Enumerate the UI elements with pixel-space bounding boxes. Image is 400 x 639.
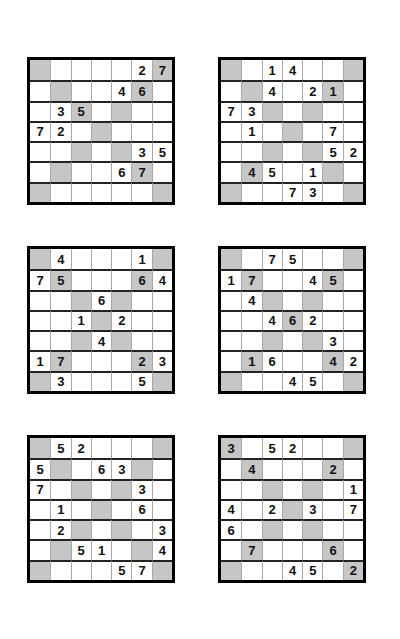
cell-r1c7[interactable] (152, 249, 172, 269)
cell-r5c1[interactable] (221, 141, 241, 161)
cell-r4c6[interactable]: 6 (131, 499, 151, 519)
cell-r7c5[interactable]: 3 (302, 182, 322, 202)
cell-r2c5[interactable]: 2 (302, 80, 322, 100)
cell-r1c4[interactable]: 2 (282, 438, 302, 458)
cell-r6c6[interactable] (131, 539, 151, 559)
cell-r3c7[interactable] (343, 290, 363, 310)
cell-r3c4[interactable]: 6 (91, 290, 111, 310)
cell-r4c5[interactable]: 3 (302, 499, 322, 519)
cell-r2c3[interactable] (71, 269, 91, 289)
cell-r1c1[interactable] (221, 60, 241, 80)
cell-r4c6[interactable] (322, 499, 342, 519)
cell-r1c5[interactable] (111, 60, 131, 80)
cell-r6c6[interactable]: 4 (322, 350, 342, 370)
cell-r3c5[interactable] (111, 290, 131, 310)
cell-r7c1[interactable] (221, 560, 241, 580)
cell-r3c5[interactable] (302, 290, 322, 310)
cell-r4c4[interactable]: 6 (282, 310, 302, 330)
cell-r7c3[interactable] (262, 182, 282, 202)
cell-r6c2[interactable] (50, 161, 70, 181)
cell-r2c4[interactable] (282, 269, 302, 289)
cell-r1c7[interactable] (343, 438, 363, 458)
cell-r1c3[interactable]: 5 (262, 438, 282, 458)
cell-r3c6[interactable] (322, 101, 342, 121)
cell-r2c5[interactable]: 4 (111, 80, 131, 100)
cell-r4c4[interactable] (91, 499, 111, 519)
cell-r6c2[interactable]: 1 (241, 350, 261, 370)
cell-r1c6[interactable] (322, 438, 342, 458)
cell-r7c3[interactable] (262, 371, 282, 391)
cell-r1c1[interactable]: 3 (221, 438, 241, 458)
cell-r6c5[interactable]: 6 (111, 161, 131, 181)
cell-r7c5[interactable] (111, 182, 131, 202)
cell-r6c1[interactable] (30, 539, 50, 559)
cell-r3c5[interactable] (111, 479, 131, 499)
cell-r6c6[interactable] (322, 161, 342, 181)
cell-r6c3[interactable] (262, 539, 282, 559)
cell-r6c4[interactable] (282, 161, 302, 181)
cell-r3c4[interactable] (282, 101, 302, 121)
cell-r5c1[interactable] (30, 519, 50, 539)
cell-r6c4[interactable]: 1 (91, 539, 111, 559)
cell-r5c3[interactable] (262, 141, 282, 161)
cell-r6c1[interactable]: 1 (30, 350, 50, 370)
cell-r4c2[interactable] (241, 499, 261, 519)
cell-r6c6[interactable]: 6 (322, 539, 342, 559)
cell-r1c5[interactable] (111, 438, 131, 458)
cell-r3c4[interactable] (282, 290, 302, 310)
cell-r6c7[interactable]: 4 (152, 539, 172, 559)
cell-r1c3[interactable]: 7 (262, 249, 282, 269)
cell-r4c3[interactable]: 4 (262, 310, 282, 330)
cell-r6c1[interactable] (221, 539, 241, 559)
cell-r5c7[interactable] (343, 519, 363, 539)
cell-r5c4[interactable]: 4 (91, 330, 111, 350)
cell-r5c4[interactable] (282, 330, 302, 350)
cell-r4c3[interactable]: 1 (71, 310, 91, 330)
cell-r3c1[interactable]: 7 (30, 479, 50, 499)
cell-r4c6[interactable] (322, 310, 342, 330)
cell-r4c4[interactable] (282, 499, 302, 519)
cell-r7c4[interactable]: 7 (282, 182, 302, 202)
cell-r4c1[interactable] (221, 121, 241, 141)
cell-r4c6[interactable]: 7 (322, 121, 342, 141)
cell-r7c4[interactable]: 4 (282, 371, 302, 391)
cell-r3c2[interactable] (50, 290, 70, 310)
cell-r7c1[interactable] (221, 182, 241, 202)
cell-r6c5[interactable] (302, 539, 322, 559)
cell-r3c5[interactable] (302, 101, 322, 121)
cell-r3c3[interactable] (262, 101, 282, 121)
cell-r2c3[interactable]: 4 (262, 80, 282, 100)
cell-r1c5[interactable] (302, 249, 322, 269)
cell-r3c4[interactable] (91, 101, 111, 121)
cell-r6c7[interactable] (343, 161, 363, 181)
cell-r2c1[interactable]: 7 (30, 269, 50, 289)
cell-r1c2[interactable] (241, 60, 261, 80)
cell-r3c3[interactable]: 5 (71, 101, 91, 121)
cell-r1c4[interactable]: 4 (282, 60, 302, 80)
cell-r5c1[interactable] (30, 141, 50, 161)
cell-r6c1[interactable] (30, 161, 50, 181)
cell-r3c6[interactable] (322, 290, 342, 310)
cell-r6c3[interactable]: 5 (262, 161, 282, 181)
cell-r4c2[interactable] (241, 310, 261, 330)
cell-r2c5[interactable]: 4 (302, 269, 322, 289)
cell-r3c5[interactable] (111, 101, 131, 121)
cell-r2c2[interactable]: 4 (241, 458, 261, 478)
cell-r4c7[interactable] (152, 310, 172, 330)
cell-r6c6[interactable]: 7 (131, 161, 151, 181)
cell-r1c5[interactable] (111, 249, 131, 269)
cell-r7c7[interactable]: 2 (343, 560, 363, 580)
cell-r2c6[interactable]: 2 (322, 458, 342, 478)
cell-r1c7[interactable] (343, 60, 363, 80)
cell-r7c2[interactable] (50, 560, 70, 580)
cell-r3c2[interactable]: 3 (241, 101, 261, 121)
cell-r5c6[interactable]: 3 (322, 330, 342, 350)
cell-r3c3[interactable] (262, 479, 282, 499)
cell-r3c2[interactable] (241, 479, 261, 499)
cell-r4c7[interactable]: 7 (343, 499, 363, 519)
cell-r4c6[interactable] (131, 310, 151, 330)
cell-r6c1[interactable] (221, 161, 241, 181)
cell-r4c7[interactable] (343, 310, 363, 330)
cell-r5c5[interactable] (111, 141, 131, 161)
cell-r3c2[interactable]: 3 (50, 101, 70, 121)
cell-r4c4[interactable] (282, 121, 302, 141)
cell-r4c3[interactable]: 2 (262, 499, 282, 519)
cell-r7c2[interactable] (241, 182, 261, 202)
cell-r7c7[interactable] (152, 371, 172, 391)
cell-r1c2[interactable]: 4 (50, 249, 70, 269)
cell-r2c7[interactable] (152, 80, 172, 100)
cell-r3c3[interactable] (262, 290, 282, 310)
cell-r1c2[interactable] (50, 60, 70, 80)
cell-r1c6[interactable] (131, 438, 151, 458)
cell-r4c5[interactable] (302, 121, 322, 141)
cell-r5c4[interactable] (282, 519, 302, 539)
cell-r7c2[interactable]: 3 (50, 371, 70, 391)
cell-r4c1[interactable] (30, 310, 50, 330)
cell-r1c7[interactable]: 7 (152, 60, 172, 80)
cell-r6c7[interactable]: 2 (343, 350, 363, 370)
cell-r4c3[interactable] (71, 121, 91, 141)
cell-r7c5[interactable]: 5 (111, 560, 131, 580)
cell-r5c7[interactable] (343, 330, 363, 350)
cell-r2c4[interactable] (282, 458, 302, 478)
cell-r1c1[interactable] (30, 438, 50, 458)
cell-r2c1[interactable]: 5 (30, 458, 50, 478)
cell-r5c4[interactable] (91, 519, 111, 539)
cell-r1c7[interactable] (152, 438, 172, 458)
cell-r1c4[interactable] (91, 438, 111, 458)
cell-r4c1[interactable]: 7 (30, 121, 50, 141)
cell-r7c4[interactable]: 4 (282, 560, 302, 580)
cell-r7c7[interactable] (152, 560, 172, 580)
cell-r2c4[interactable] (91, 80, 111, 100)
cell-r6c3[interactable]: 5 (71, 539, 91, 559)
puzzle-grid-2: 1442173175245173 (218, 57, 366, 205)
cell-r7c3[interactable] (71, 560, 91, 580)
cell-r2c7[interactable] (343, 80, 363, 100)
cell-r4c2[interactable]: 1 (241, 121, 261, 141)
cell-r6c3[interactable] (71, 161, 91, 181)
cell-r4c6[interactable] (131, 121, 151, 141)
cell-r7c2[interactable] (241, 371, 261, 391)
cell-r3c1[interactable] (30, 101, 50, 121)
cell-r7c6[interactable] (131, 182, 151, 202)
cell-r7c3[interactable] (262, 560, 282, 580)
cell-r2c5[interactable] (111, 269, 131, 289)
cell-r3c4[interactable] (91, 479, 111, 499)
cell-r5c6[interactable]: 5 (322, 141, 342, 161)
cell-r5c1[interactable]: 6 (221, 519, 241, 539)
cell-r2c1[interactable] (221, 80, 241, 100)
cell-r6c5[interactable]: 1 (302, 161, 322, 181)
cell-r5c5[interactable] (111, 519, 131, 539)
cell-r4c7[interactable] (152, 121, 172, 141)
cell-r7c5[interactable] (111, 371, 131, 391)
cell-r5c6[interactable] (322, 519, 342, 539)
cell-r1c4[interactable] (91, 249, 111, 269)
cell-r2c4[interactable]: 6 (91, 458, 111, 478)
cell-r5c3[interactable] (71, 519, 91, 539)
cell-r3c7[interactable] (152, 101, 172, 121)
cell-r3c4[interactable] (282, 479, 302, 499)
cell-r6c2[interactable]: 4 (241, 161, 261, 181)
cell-r5c2[interactable]: 2 (50, 519, 70, 539)
cell-r2c5[interactable]: 3 (111, 458, 131, 478)
cell-r2c6[interactable]: 1 (322, 80, 342, 100)
cell-r7c3[interactable] (71, 371, 91, 391)
cell-r1c1[interactable] (221, 249, 241, 269)
cell-r2c3[interactable] (71, 458, 91, 478)
cell-r3c7[interactable]: 1 (343, 479, 363, 499)
cell-r5c3[interactable] (71, 330, 91, 350)
cell-r4c2[interactable] (50, 310, 70, 330)
cell-r1c2[interactable]: 5 (50, 438, 70, 458)
cell-r1c1[interactable] (30, 60, 50, 80)
cell-r5c7[interactable]: 3 (152, 519, 172, 539)
cell-r5c2[interactable] (50, 330, 70, 350)
cell-r1c4[interactable] (91, 60, 111, 80)
cell-r2c1[interactable] (221, 458, 241, 478)
cell-r5c2[interactable] (241, 519, 261, 539)
cell-r5c5[interactable] (111, 330, 131, 350)
cell-r7c6[interactable]: 5 (131, 371, 151, 391)
cell-r4c4[interactable] (91, 121, 111, 141)
cell-r3c2[interactable] (50, 479, 70, 499)
cell-r2c6[interactable]: 6 (131, 269, 151, 289)
cell-r2c1[interactable]: 1 (221, 269, 241, 289)
cell-r6c3[interactable]: 6 (262, 350, 282, 370)
cell-r3c7[interactable] (343, 101, 363, 121)
cell-r7c4[interactable] (91, 371, 111, 391)
cell-r3c2[interactable]: 4 (241, 290, 261, 310)
cell-r7c6[interactable] (322, 182, 342, 202)
cell-r7c1[interactable] (30, 560, 50, 580)
cell-r3c6[interactable] (131, 101, 151, 121)
cell-r2c6[interactable]: 6 (131, 80, 151, 100)
cell-r2c6[interactable] (131, 458, 151, 478)
cell-r3c1[interactable] (221, 290, 241, 310)
cell-r7c1[interactable] (221, 371, 241, 391)
cell-r1c3[interactable]: 1 (262, 60, 282, 80)
cell-r1c2[interactable] (241, 249, 261, 269)
cell-r4c5[interactable] (111, 499, 131, 519)
cell-r1c3[interactable] (71, 249, 91, 269)
cell-r6c7[interactable]: 3 (152, 350, 172, 370)
cell-r6c2[interactable]: 7 (50, 350, 70, 370)
cell-r1c3[interactable] (71, 60, 91, 80)
cell-r3c5[interactable] (302, 479, 322, 499)
cell-r6c4[interactable] (91, 161, 111, 181)
cell-r7c1[interactable] (30, 371, 50, 391)
cell-r6c4[interactable] (91, 350, 111, 370)
cell-r6c1[interactable] (221, 350, 241, 370)
cell-r6c2[interactable] (50, 539, 70, 559)
cell-r7c2[interactable] (241, 560, 261, 580)
cell-r1c2[interactable] (241, 438, 261, 458)
cell-r3c1[interactable]: 7 (221, 101, 241, 121)
cell-r4c2[interactable]: 1 (50, 499, 70, 519)
cell-r6c7[interactable] (152, 161, 172, 181)
cell-r1c5[interactable] (302, 60, 322, 80)
cell-r2c2[interactable]: 5 (50, 269, 70, 289)
cell-r7c2[interactable] (50, 182, 70, 202)
cell-r5c7[interactable]: 5 (152, 141, 172, 161)
cell-r1c5[interactable] (302, 438, 322, 458)
cell-r1c4[interactable]: 5 (282, 249, 302, 269)
cell-r4c7[interactable] (343, 121, 363, 141)
cell-r4c4[interactable] (91, 310, 111, 330)
cell-r3c6[interactable]: 3 (131, 479, 151, 499)
cell-r6c2[interactable]: 7 (241, 539, 261, 559)
cell-r4c5[interactable] (111, 121, 131, 141)
cell-r2c5[interactable] (302, 458, 322, 478)
cell-r3c7[interactable] (152, 479, 172, 499)
cell-r7c5[interactable]: 5 (302, 560, 322, 580)
cell-r6c5[interactable] (111, 539, 131, 559)
cell-r4c5[interactable]: 2 (302, 310, 322, 330)
cell-r6c3[interactable] (71, 350, 91, 370)
cell-r3c1[interactable] (221, 479, 241, 499)
cell-r3c6[interactable] (131, 290, 151, 310)
cell-r1c6[interactable]: 2 (131, 60, 151, 80)
cell-r1c6[interactable] (322, 60, 342, 80)
cell-r1c1[interactable] (30, 249, 50, 269)
cell-r5c3[interactable] (262, 519, 282, 539)
cell-r7c6[interactable] (322, 560, 342, 580)
cell-r1c3[interactable]: 2 (71, 438, 91, 458)
cell-r4c2[interactable]: 2 (50, 121, 70, 141)
cell-r2c1[interactable] (30, 80, 50, 100)
cell-r5c6[interactable] (131, 330, 151, 350)
cell-r6c4[interactable] (282, 539, 302, 559)
cell-r2c7[interactable]: 4 (152, 269, 172, 289)
cell-r7c6[interactable] (322, 371, 342, 391)
cell-r4c7[interactable] (152, 499, 172, 519)
cell-r5c1[interactable] (30, 330, 50, 350)
cell-r2c2[interactable]: 7 (241, 269, 261, 289)
cell-r6c7[interactable] (343, 539, 363, 559)
cell-r4c3[interactable] (262, 121, 282, 141)
cell-r5c6[interactable]: 3 (131, 141, 151, 161)
cell-r4c1[interactable] (30, 499, 50, 519)
cell-r2c6[interactable]: 5 (322, 269, 342, 289)
cell-r5c5[interactable] (302, 141, 322, 161)
cell-r3c7[interactable] (152, 290, 172, 310)
cell-r2c4[interactable] (91, 269, 111, 289)
cell-r2c2[interactable] (50, 80, 70, 100)
cell-r2c4[interactable] (282, 80, 302, 100)
cell-r1c6[interactable] (322, 249, 342, 269)
cell-r3c3[interactable] (71, 479, 91, 499)
cell-r4c1[interactable] (221, 310, 241, 330)
cell-r6c5[interactable] (111, 350, 131, 370)
puzzle-grid-3: 4175646124172335 (27, 246, 175, 394)
puzzle-grid-1: 274635723567 (27, 57, 175, 205)
cell-r5c5[interactable] (302, 519, 322, 539)
cell-r7c6[interactable]: 7 (131, 560, 151, 580)
cell-r5c2[interactable] (50, 141, 70, 161)
cell-r2c7[interactable] (152, 458, 172, 478)
cell-r6c4[interactable] (282, 350, 302, 370)
cell-r5c3[interactable] (262, 330, 282, 350)
cell-r4c1[interactable]: 4 (221, 499, 241, 519)
cell-r1c7[interactable] (343, 249, 363, 269)
cell-r5c3[interactable] (71, 141, 91, 161)
cell-r3c6[interactable] (322, 479, 342, 499)
cell-r2c7[interactable] (343, 458, 363, 478)
cell-r7c3[interactable] (71, 182, 91, 202)
cell-r7c4[interactable] (91, 560, 111, 580)
cell-r4c3[interactable] (71, 499, 91, 519)
cell-r7c7[interactable] (343, 371, 363, 391)
cell-r5c2[interactable] (241, 141, 261, 161)
cell-r2c3[interactable] (262, 269, 282, 289)
cell-r7c5[interactable]: 5 (302, 371, 322, 391)
cell-r2c7[interactable] (343, 269, 363, 289)
cell-r5c7[interactable] (152, 330, 172, 350)
cell-r5c4[interactable] (91, 141, 111, 161)
cell-r7c1[interactable] (30, 182, 50, 202)
cell-r2c2[interactable] (50, 458, 70, 478)
cell-r6c6[interactable]: 2 (131, 350, 151, 370)
cell-r5c2[interactable] (241, 330, 261, 350)
cell-r5c4[interactable] (282, 141, 302, 161)
cell-r5c5[interactable] (302, 330, 322, 350)
cell-r7c7[interactable] (152, 182, 172, 202)
cell-r3c3[interactable] (71, 290, 91, 310)
cell-r3c1[interactable] (30, 290, 50, 310)
cell-r5c1[interactable] (221, 330, 241, 350)
cell-r1c6[interactable]: 1 (131, 249, 151, 269)
cell-r5c6[interactable] (131, 519, 151, 539)
cell-r5c7[interactable]: 2 (343, 141, 363, 161)
puzzle-grid-5: 5256373162351457 (27, 435, 175, 583)
sudoku-worksheet: 274635723567 1442173175245173 4175646124… (0, 0, 400, 639)
cell-r7c4[interactable] (91, 182, 111, 202)
cell-r6c5[interactable] (302, 350, 322, 370)
puzzle-grid-6: 3524214237676452 (218, 435, 366, 583)
cell-r7c7[interactable] (343, 182, 363, 202)
cell-r2c3[interactable] (262, 458, 282, 478)
cell-r4c5[interactable]: 2 (111, 310, 131, 330)
cell-r2c2[interactable] (241, 80, 261, 100)
cell-r2c3[interactable] (71, 80, 91, 100)
